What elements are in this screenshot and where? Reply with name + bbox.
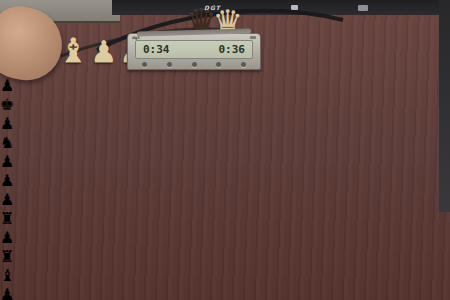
square-e5[interactable]: ♟ [0,190,450,209]
clock-button[interactable] [167,62,172,67]
piece-black-knight-f5[interactable]: ♞ [0,133,14,152]
captured-white-pawn: ♟ [90,38,117,67]
clock-left-time: 0:34 [143,43,170,56]
square-d8[interactable]: ♜ [0,209,450,228]
clock-right-time: 0:36 [219,43,246,56]
clock-display: 0:34 0:36 [135,40,253,59]
dgt-clock: dgt 0:34 0:36 [127,33,261,70]
piece-black-rook-d8[interactable]: ♜ [0,209,14,228]
square-f3[interactable]: ♟ [0,152,450,171]
clock-button[interactable] [192,62,197,67]
square-b2[interactable]: ♝ [0,266,450,285]
piece-white-pawn-d5[interactable]: ♟ [0,228,14,247]
clock-buttons [142,62,246,67]
square-d5[interactable]: ♟ [0,228,450,247]
chair-edge [439,0,450,212]
piece-white-king-g1[interactable]: ♚ [0,95,14,114]
square-a6[interactable]: ♟ [0,285,450,300]
piece-white-pawn-e5[interactable]: ♟ [0,190,14,209]
captured-white-bishop: ♝ [58,34,88,66]
clock-button[interactable] [241,62,246,67]
square-e6[interactable]: ♟ [0,171,450,190]
piece-white-bishop-b2[interactable]: ♝ [0,266,14,285]
clock-button[interactable] [216,62,221,67]
clock-button[interactable] [142,62,147,67]
piece-white-pawn-f3[interactable]: ♟ [0,152,14,171]
piece-black-pawn-a6[interactable]: ♟ [0,285,14,300]
square-f5[interactable]: ♞ [0,133,450,152]
square-g1[interactable]: ♚ [0,95,450,114]
piece-white-rook-c4[interactable]: ♜ [0,247,14,266]
piece-black-pawn-e6[interactable]: ♟ [0,171,14,190]
battery-icon [250,36,256,39]
square-c4[interactable]: ♜ [0,247,450,266]
piece-white-pawn-g2[interactable]: ♟ [0,76,14,95]
piece-black-pawn-f7[interactable]: ♟ [0,114,14,133]
square-g2[interactable]: ♟ [0,76,450,95]
square-f7[interactable]: ♟ [0,114,450,133]
photo-chess-scene: { "game": "chess", "scene_description": … [0,0,450,300]
